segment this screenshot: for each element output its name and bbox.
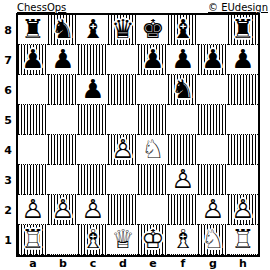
piece-glyph: ♟ bbox=[168, 45, 198, 74]
piece-glyph: ♜ bbox=[228, 15, 258, 44]
piece-bb-f8[interactable]: ♝ bbox=[168, 15, 198, 44]
square-f6[interactable]: ♞ bbox=[168, 75, 198, 105]
piece-bp-e7[interactable]: ♟ bbox=[138, 45, 168, 74]
square-g3[interactable] bbox=[198, 165, 228, 195]
square-d4[interactable]: ♟♙ bbox=[108, 135, 138, 165]
chess-board[interactable]: ♜♞♝♛♚♝♜♟♟♟♟♟♟♟♞♟♙♞♘♟♙♟♙♟♙♟♙♟♙♟♙♜♖♝♗♛♕♚♔♝… bbox=[16, 13, 260, 257]
piece-bp-a7[interactable]: ♟ bbox=[18, 45, 48, 74]
piece-wr-h1[interactable]: ♜♖ bbox=[228, 225, 258, 254]
square-h1[interactable]: ♜♖ bbox=[228, 225, 258, 255]
square-d6[interactable] bbox=[108, 75, 138, 105]
square-g5[interactable] bbox=[198, 105, 228, 135]
rank-label-6: 6 bbox=[0, 75, 16, 105]
square-h2[interactable]: ♟♙ bbox=[228, 195, 258, 225]
square-g4[interactable] bbox=[198, 135, 228, 165]
square-e8[interactable]: ♚ bbox=[138, 15, 168, 45]
square-e4[interactable]: ♞♘ bbox=[138, 135, 168, 165]
square-h6[interactable] bbox=[228, 75, 258, 105]
piece-bp-b7[interactable]: ♟ bbox=[48, 45, 78, 74]
square-e6[interactable] bbox=[138, 75, 168, 105]
piece-outline: ♙ bbox=[48, 195, 78, 224]
square-c5[interactable] bbox=[78, 105, 108, 135]
piece-glyph: ♟ bbox=[228, 45, 258, 74]
piece-glyph: ♝ bbox=[78, 15, 108, 44]
piece-wr-a1[interactable]: ♜♖ bbox=[18, 225, 48, 254]
piece-outline: ♙ bbox=[108, 135, 138, 164]
piece-outline: ♘ bbox=[138, 135, 168, 164]
square-a7[interactable]: ♟ bbox=[18, 45, 48, 75]
file-label-e: e bbox=[138, 257, 168, 270]
square-b8[interactable]: ♞ bbox=[48, 15, 78, 45]
piece-outline: ♔ bbox=[138, 225, 168, 254]
piece-outline: ♕ bbox=[108, 225, 138, 254]
piece-glyph: ♛ bbox=[108, 15, 138, 44]
piece-glyph: ♚ bbox=[138, 15, 168, 44]
square-a2[interactable]: ♟♙ bbox=[18, 195, 48, 225]
piece-outline: ♖ bbox=[228, 225, 258, 254]
piece-outline: ♙ bbox=[18, 195, 48, 224]
piece-glyph: ♟ bbox=[18, 45, 48, 74]
piece-bk-e8[interactable]: ♚ bbox=[138, 15, 168, 44]
piece-bb-c8[interactable]: ♝ bbox=[78, 15, 108, 44]
file-label-a: a bbox=[18, 257, 48, 270]
square-e1[interactable]: ♚♔ bbox=[138, 225, 168, 255]
square-b2[interactable]: ♟♙ bbox=[48, 195, 78, 225]
piece-glyph: ♟ bbox=[138, 45, 168, 74]
rank-label-3: 3 bbox=[0, 165, 16, 195]
piece-wp-b2[interactable]: ♟♙ bbox=[48, 195, 78, 224]
board-area: 87654321 ♜♞♝♛♚♝♜♟♟♟♟♟♟♟♞♟♙♞♘♟♙♟♙♟♙♟♙♟♙♟♙… bbox=[0, 13, 270, 257]
piece-outline: ♙ bbox=[78, 195, 108, 224]
piece-glyph: ♞ bbox=[48, 15, 78, 44]
piece-glyph: ♜ bbox=[18, 15, 48, 44]
piece-glyph: ♟ bbox=[198, 45, 228, 74]
square-h3[interactable] bbox=[228, 165, 258, 195]
square-d2[interactable] bbox=[108, 195, 138, 225]
piece-glyph: ♟ bbox=[78, 75, 108, 104]
piece-wb-c1[interactable]: ♝♗ bbox=[78, 225, 108, 254]
piece-bp-h7[interactable]: ♟ bbox=[228, 45, 258, 74]
piece-bq-d8[interactable]: ♛ bbox=[108, 15, 138, 44]
square-a4[interactable] bbox=[18, 135, 48, 165]
rank-label-1: 1 bbox=[0, 225, 16, 255]
piece-outline: ♙ bbox=[168, 165, 198, 194]
piece-glyph: ♞ bbox=[168, 75, 198, 104]
square-e3[interactable] bbox=[138, 165, 168, 195]
piece-wp-a2[interactable]: ♟♙ bbox=[18, 195, 48, 224]
rank-label-8: 8 bbox=[0, 15, 16, 45]
square-f8[interactable]: ♝ bbox=[168, 15, 198, 45]
piece-wn-e4[interactable]: ♞♘ bbox=[138, 135, 168, 164]
file-label-g: g bbox=[198, 257, 228, 270]
square-c6[interactable]: ♟ bbox=[78, 75, 108, 105]
square-h7[interactable]: ♟ bbox=[228, 45, 258, 75]
rank-label-5: 5 bbox=[0, 105, 16, 135]
file-label-b: b bbox=[48, 257, 78, 270]
app-title-link[interactable]: ChessOps bbox=[17, 2, 66, 13]
square-b7[interactable]: ♟ bbox=[48, 45, 78, 75]
square-a5[interactable] bbox=[18, 105, 48, 135]
square-c3[interactable] bbox=[78, 165, 108, 195]
square-c7[interactable] bbox=[78, 45, 108, 75]
credit-link[interactable]: © EUdesign bbox=[208, 2, 268, 13]
rank-label-7: 7 bbox=[0, 45, 16, 75]
square-f3[interactable]: ♟♙ bbox=[168, 165, 198, 195]
square-h4[interactable] bbox=[228, 135, 258, 165]
piece-bn-f6[interactable]: ♞ bbox=[168, 75, 198, 104]
square-g2[interactable]: ♟♙ bbox=[198, 195, 228, 225]
piece-wk-e1[interactable]: ♚♔ bbox=[138, 225, 168, 254]
piece-outline: ♗ bbox=[168, 225, 198, 254]
piece-outline: ♘ bbox=[198, 225, 228, 254]
square-a8[interactable]: ♜ bbox=[18, 15, 48, 45]
square-c2[interactable]: ♟♙ bbox=[78, 195, 108, 225]
square-a3[interactable] bbox=[18, 165, 48, 195]
square-g7[interactable]: ♟ bbox=[198, 45, 228, 75]
square-a1[interactable]: ♜♖ bbox=[18, 225, 48, 255]
piece-outline: ♙ bbox=[198, 195, 228, 224]
square-c4[interactable] bbox=[78, 135, 108, 165]
square-e7[interactable]: ♟ bbox=[138, 45, 168, 75]
piece-glyph: ♝ bbox=[168, 15, 198, 44]
file-label-f: f bbox=[168, 257, 198, 270]
square-d1[interactable]: ♛♕ bbox=[108, 225, 138, 255]
square-f4[interactable] bbox=[168, 135, 198, 165]
square-c1[interactable]: ♝♗ bbox=[78, 225, 108, 255]
square-f1[interactable]: ♝♗ bbox=[168, 225, 198, 255]
square-b5[interactable] bbox=[48, 105, 78, 135]
square-b3[interactable] bbox=[48, 165, 78, 195]
square-h8[interactable]: ♜ bbox=[228, 15, 258, 45]
file-labels: abcdefgh bbox=[18, 257, 270, 270]
rank-labels: 87654321 bbox=[0, 13, 16, 257]
piece-wp-f3[interactable]: ♟♙ bbox=[168, 165, 198, 194]
piece-wn-g1[interactable]: ♞♘ bbox=[198, 225, 228, 254]
piece-wp-d4[interactable]: ♟♙ bbox=[108, 135, 138, 164]
square-d8[interactable]: ♛ bbox=[108, 15, 138, 45]
piece-wp-c2[interactable]: ♟♙ bbox=[78, 195, 108, 224]
square-f5[interactable] bbox=[168, 105, 198, 135]
square-g8[interactable] bbox=[198, 15, 228, 45]
square-a6[interactable] bbox=[18, 75, 48, 105]
square-g1[interactable]: ♞♘ bbox=[198, 225, 228, 255]
piece-wq-d1[interactable]: ♛♕ bbox=[108, 225, 138, 254]
piece-wb-f1[interactable]: ♝♗ bbox=[168, 225, 198, 254]
square-d3[interactable] bbox=[108, 165, 138, 195]
square-f2[interactable] bbox=[168, 195, 198, 225]
square-b4[interactable] bbox=[48, 135, 78, 165]
file-label-d: d bbox=[108, 257, 138, 270]
rank-label-4: 4 bbox=[0, 135, 16, 165]
square-b1[interactable] bbox=[48, 225, 78, 255]
square-c8[interactable]: ♝ bbox=[78, 15, 108, 45]
file-label-h: h bbox=[228, 257, 258, 270]
square-g6[interactable] bbox=[198, 75, 228, 105]
square-b6[interactable] bbox=[48, 75, 78, 105]
piece-glyph: ♟ bbox=[48, 45, 78, 74]
piece-outline: ♙ bbox=[228, 195, 258, 224]
square-f7[interactable]: ♟ bbox=[168, 45, 198, 75]
square-e5[interactable] bbox=[138, 105, 168, 135]
piece-br-a8[interactable]: ♜ bbox=[18, 15, 48, 44]
piece-bp-f7[interactable]: ♟ bbox=[168, 45, 198, 74]
title-bar: ChessOps © EUdesign bbox=[0, 0, 270, 13]
file-label-c: c bbox=[78, 257, 108, 270]
square-e2[interactable] bbox=[138, 195, 168, 225]
piece-br-h8[interactable]: ♜ bbox=[228, 15, 258, 44]
square-d5[interactable] bbox=[108, 105, 138, 135]
piece-bp-c6[interactable]: ♟ bbox=[78, 75, 108, 104]
piece-wp-g2[interactable]: ♟♙ bbox=[198, 195, 228, 224]
rank-label-2: 2 bbox=[0, 195, 16, 225]
piece-outline: ♗ bbox=[78, 225, 108, 254]
piece-wp-h2[interactable]: ♟♙ bbox=[228, 195, 258, 224]
piece-outline: ♖ bbox=[18, 225, 48, 254]
square-d7[interactable] bbox=[108, 45, 138, 75]
piece-bn-b8[interactable]: ♞ bbox=[48, 15, 78, 44]
piece-bp-g7[interactable]: ♟ bbox=[198, 45, 228, 74]
square-h5[interactable] bbox=[228, 105, 258, 135]
